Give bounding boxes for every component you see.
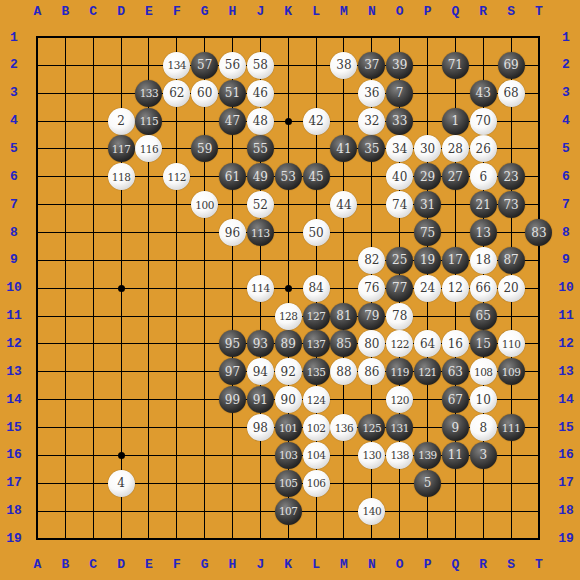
stone-black-move-125: 125 <box>358 414 385 441</box>
stone-white-move-100: 100 <box>191 191 218 218</box>
stone-white-move-60: 60 <box>191 80 218 107</box>
stone-white-move-92: 92 <box>275 358 302 385</box>
stone-black-move-27: 27 <box>442 163 469 190</box>
coordinate-label: E <box>135 4 163 20</box>
stone-black-move-11: 11 <box>442 442 469 469</box>
stone-black-move-63: 63 <box>442 358 469 385</box>
coordinate-label: H <box>219 4 247 20</box>
stone-black-move-55: 55 <box>247 135 274 162</box>
coordinate-label: 2 <box>552 57 580 73</box>
stone-black-move-19: 19 <box>414 247 441 274</box>
stone-white-move-56: 56 <box>219 52 246 79</box>
stone-black-move-1: 1 <box>442 108 469 135</box>
stone-black-move-105: 105 <box>275 470 302 497</box>
coordinate-label: C <box>79 557 107 573</box>
stone-black-move-53: 53 <box>275 163 302 190</box>
stone-black-move-13: 13 <box>470 219 497 246</box>
stone-black-move-95: 95 <box>219 330 246 357</box>
coordinate-label: P <box>414 4 442 20</box>
stone-white-move-68: 68 <box>498 80 525 107</box>
coordinate-label: 5 <box>552 141 580 157</box>
stone-white-move-42: 42 <box>303 108 330 135</box>
stone-white-move-106: 106 <box>303 470 330 497</box>
coordinate-label: 19 <box>552 531 580 547</box>
stone-white-move-12: 12 <box>442 275 469 302</box>
stone-white-move-116: 116 <box>135 135 162 162</box>
stone-black-move-77: 77 <box>386 275 413 302</box>
stone-white-move-40: 40 <box>386 163 413 190</box>
stone-black-move-81: 81 <box>330 303 357 330</box>
stone-black-move-131: 131 <box>386 414 413 441</box>
stone-white-move-8: 8 <box>470 414 497 441</box>
coordinate-label: T <box>525 557 553 573</box>
stone-white-move-20: 20 <box>498 275 525 302</box>
stone-black-move-115: 115 <box>135 108 162 135</box>
coordinate-label: K <box>274 4 302 20</box>
coordinate-label: D <box>107 4 135 20</box>
go-board-screenshot: ABCDEFGHJKLMNOPQRST ABCDEFGHJKLMNOPQRST … <box>0 0 580 580</box>
stone-black-move-35: 35 <box>358 135 385 162</box>
stone-white-move-58: 58 <box>247 52 274 79</box>
stone-black-move-139: 139 <box>414 442 441 469</box>
stone-black-move-85: 85 <box>330 330 357 357</box>
stone-black-move-37: 37 <box>358 52 385 79</box>
coordinate-label: 7 <box>552 197 580 213</box>
coordinate-label: 4 <box>552 113 580 129</box>
coordinate-label: G <box>191 4 219 20</box>
stone-white-move-34: 34 <box>386 135 413 162</box>
stone-white-move-134: 134 <box>163 52 190 79</box>
stone-black-move-23: 23 <box>498 163 525 190</box>
stone-black-move-103: 103 <box>275 442 302 469</box>
stone-white-move-82: 82 <box>358 247 385 274</box>
stone-white-move-138: 138 <box>386 442 413 469</box>
stone-white-move-120: 120 <box>386 386 413 413</box>
stone-white-move-24: 24 <box>414 275 441 302</box>
stone-white-move-70: 70 <box>470 108 497 135</box>
stone-white-move-118: 118 <box>108 163 135 190</box>
coordinate-label: O <box>386 557 414 573</box>
coordinate-label: N <box>358 557 386 573</box>
coordinate-label: G <box>191 557 219 573</box>
coordinate-label: F <box>163 557 191 573</box>
stone-white-move-88: 88 <box>330 358 357 385</box>
stone-black-move-65: 65 <box>470 303 497 330</box>
coordinate-label: 13 <box>552 364 580 380</box>
stone-white-move-114: 114 <box>247 275 274 302</box>
stone-white-move-30: 30 <box>414 135 441 162</box>
stone-white-move-36: 36 <box>358 80 385 107</box>
coordinate-label: C <box>79 4 107 20</box>
coordinate-label: S <box>497 557 525 573</box>
stone-white-move-102: 102 <box>303 414 330 441</box>
stone-white-move-84: 84 <box>303 275 330 302</box>
coordinate-label: M <box>330 4 358 20</box>
stone-white-move-16: 16 <box>442 330 469 357</box>
stone-black-move-43: 43 <box>470 80 497 107</box>
stone-white-move-94: 94 <box>247 358 274 385</box>
stone-black-move-111: 111 <box>498 414 525 441</box>
stone-black-move-7: 7 <box>386 80 413 107</box>
coordinate-label: 8 <box>552 225 580 241</box>
coordinate-label: 15 <box>552 420 580 436</box>
stone-black-move-21: 21 <box>470 191 497 218</box>
stone-black-move-119: 119 <box>386 358 413 385</box>
stone-black-move-113: 113 <box>247 219 274 246</box>
stone-white-move-46: 46 <box>247 80 274 107</box>
coordinate-label: 18 <box>552 503 580 519</box>
stones-layer: 1234567891011121315161718192021232425262… <box>24 24 553 553</box>
stone-white-move-64: 64 <box>414 330 441 357</box>
stone-black-move-41: 41 <box>330 135 357 162</box>
coordinate-label: 6 <box>552 169 580 185</box>
stone-black-move-87: 87 <box>498 247 525 274</box>
stone-white-move-110: 110 <box>498 330 525 357</box>
stone-black-move-5: 5 <box>414 470 441 497</box>
stone-black-move-29: 29 <box>414 163 441 190</box>
stone-black-move-101: 101 <box>275 414 302 441</box>
coordinate-label: R <box>469 4 497 20</box>
stone-white-move-76: 76 <box>358 275 385 302</box>
stone-white-move-66: 66 <box>470 275 497 302</box>
stone-black-move-69: 69 <box>498 52 525 79</box>
stone-black-move-133: 133 <box>135 80 162 107</box>
stone-white-move-62: 62 <box>163 80 190 107</box>
coordinate-label: K <box>274 557 302 573</box>
stone-white-move-104: 104 <box>303 442 330 469</box>
stone-black-move-51: 51 <box>219 80 246 107</box>
stone-white-move-18: 18 <box>470 247 497 274</box>
stone-black-move-25: 25 <box>386 247 413 274</box>
stone-black-move-15: 15 <box>470 330 497 357</box>
stone-black-move-127: 127 <box>303 303 330 330</box>
stone-white-move-108: 108 <box>470 358 497 385</box>
stone-white-move-32: 32 <box>358 108 385 135</box>
coordinate-label: L <box>302 4 330 20</box>
coordinate-label: R <box>469 557 497 573</box>
coordinate-label: B <box>51 4 79 20</box>
coordinate-label: Q <box>441 4 469 20</box>
stone-black-move-17: 17 <box>442 247 469 274</box>
stone-white-move-74: 74 <box>386 191 413 218</box>
stone-black-move-33: 33 <box>386 108 413 135</box>
stone-white-move-98: 98 <box>247 414 274 441</box>
stone-black-move-71: 71 <box>442 52 469 79</box>
stone-white-move-4: 4 <box>108 470 135 497</box>
stone-white-move-52: 52 <box>247 191 274 218</box>
coordinate-label: 3 <box>552 85 580 101</box>
stone-white-move-136: 136 <box>330 414 357 441</box>
stone-white-move-50: 50 <box>303 219 330 246</box>
stone-black-move-45: 45 <box>303 163 330 190</box>
stone-black-move-67: 67 <box>442 386 469 413</box>
coordinate-label: P <box>414 557 442 573</box>
stone-white-move-112: 112 <box>163 163 190 190</box>
coordinate-label: M <box>330 557 358 573</box>
coordinate-label: 10 <box>552 280 580 296</box>
stone-white-move-124: 124 <box>303 386 330 413</box>
coordinate-label: H <box>219 557 247 573</box>
stone-black-move-89: 89 <box>275 330 302 357</box>
coordinate-label: 11 <box>552 308 580 324</box>
coordinate-label: 9 <box>552 252 580 268</box>
stone-black-move-107: 107 <box>275 498 302 525</box>
stone-white-move-38: 38 <box>330 52 357 79</box>
coordinate-label: 16 <box>552 447 580 463</box>
coordinate-label: D <box>107 557 135 573</box>
coordinate-label: B <box>51 557 79 573</box>
coordinate-label: J <box>246 557 274 573</box>
coordinate-label: J <box>246 4 274 20</box>
stone-white-move-2: 2 <box>108 108 135 135</box>
coordinate-label: F <box>163 4 191 20</box>
stone-black-move-83: 83 <box>525 219 552 246</box>
stone-white-move-130: 130 <box>358 442 385 469</box>
stone-black-move-9: 9 <box>442 414 469 441</box>
stone-black-move-39: 39 <box>386 52 413 79</box>
coordinate-label: S <box>497 4 525 20</box>
stone-black-move-49: 49 <box>247 163 274 190</box>
stone-black-move-31: 31 <box>414 191 441 218</box>
stone-white-move-10: 10 <box>470 386 497 413</box>
stone-white-move-140: 140 <box>358 498 385 525</box>
stone-black-move-99: 99 <box>219 386 246 413</box>
stone-white-move-96: 96 <box>219 219 246 246</box>
stone-black-move-109: 109 <box>498 358 525 385</box>
stone-black-move-73: 73 <box>498 191 525 218</box>
stone-black-move-57: 57 <box>191 52 218 79</box>
stone-black-move-79: 79 <box>358 303 385 330</box>
stone-white-move-48: 48 <box>247 108 274 135</box>
stone-white-move-80: 80 <box>358 330 385 357</box>
stone-white-move-86: 86 <box>358 358 385 385</box>
stone-white-move-6: 6 <box>470 163 497 190</box>
stone-black-move-135: 135 <box>303 358 330 385</box>
coordinate-label: A <box>24 557 52 573</box>
coordinate-label: 14 <box>552 392 580 408</box>
coordinate-label: 17 <box>552 475 580 491</box>
coordinate-label: O <box>386 4 414 20</box>
stone-white-move-128: 128 <box>275 303 302 330</box>
stone-black-move-91: 91 <box>247 386 274 413</box>
stone-black-move-97: 97 <box>219 358 246 385</box>
stone-black-move-59: 59 <box>191 135 218 162</box>
coordinate-label: 1 <box>552 30 580 46</box>
stone-white-move-78: 78 <box>386 303 413 330</box>
stone-black-move-93: 93 <box>247 330 274 357</box>
coordinate-label: N <box>358 4 386 20</box>
stone-white-move-28: 28 <box>442 135 469 162</box>
stone-white-move-122: 122 <box>386 330 413 357</box>
stone-white-move-26: 26 <box>470 135 497 162</box>
stone-black-move-61: 61 <box>219 163 246 190</box>
coordinate-label: Q <box>441 557 469 573</box>
stone-black-move-3: 3 <box>470 442 497 469</box>
stone-white-move-44: 44 <box>330 191 357 218</box>
stone-black-move-47: 47 <box>219 108 246 135</box>
stone-black-move-137: 137 <box>303 330 330 357</box>
coordinate-label: E <box>135 557 163 573</box>
coordinate-label: T <box>525 4 553 20</box>
stone-black-move-117: 117 <box>108 135 135 162</box>
coordinate-label: L <box>302 557 330 573</box>
stone-black-move-121: 121 <box>414 358 441 385</box>
coordinate-label: A <box>24 4 52 20</box>
coordinate-label: 12 <box>552 336 580 352</box>
stone-black-move-75: 75 <box>414 219 441 246</box>
stone-white-move-90: 90 <box>275 386 302 413</box>
